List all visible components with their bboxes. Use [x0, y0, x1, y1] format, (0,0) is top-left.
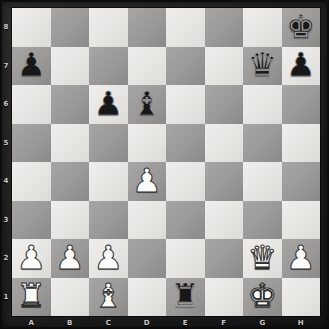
square-g4[interactable]: [243, 162, 282, 201]
piece-white-pawn[interactable]: ♟: [286, 241, 316, 274]
square-f7[interactable]: [205, 47, 244, 86]
rank-labels: 87654321: [0, 8, 12, 316]
file-label-c: C: [89, 316, 128, 329]
square-c5[interactable]: [89, 124, 128, 163]
square-e3[interactable]: [166, 201, 205, 240]
square-h3[interactable]: [282, 201, 321, 240]
square-c3[interactable]: [89, 201, 128, 240]
square-g6[interactable]: [243, 85, 282, 124]
piece-black-rook[interactable]: ♜: [170, 279, 200, 312]
piece-white-pawn[interactable]: ♟: [55, 241, 85, 274]
square-e5[interactable]: [166, 124, 205, 163]
square-e1[interactable]: ♜: [166, 278, 205, 317]
piece-white-pawn[interactable]: ♟: [93, 241, 123, 274]
piece-black-king[interactable]: ♚: [286, 10, 316, 43]
rank-label-7: 7: [0, 47, 12, 86]
square-c6[interactable]: ♟: [89, 85, 128, 124]
piece-white-pawn[interactable]: ♟: [16, 241, 46, 274]
square-h2[interactable]: ♟: [282, 239, 321, 278]
file-labels: ABCDEFGH: [12, 316, 320, 329]
square-h1[interactable]: [282, 278, 321, 317]
square-b3[interactable]: [51, 201, 90, 240]
square-b4[interactable]: [51, 162, 90, 201]
square-b8[interactable]: [51, 8, 90, 47]
square-a5[interactable]: [12, 124, 51, 163]
square-h7[interactable]: ♟: [282, 47, 321, 86]
square-a1[interactable]: ♜: [12, 278, 51, 317]
square-d1[interactable]: [128, 278, 167, 317]
square-g2[interactable]: ♛: [243, 239, 282, 278]
square-c4[interactable]: [89, 162, 128, 201]
square-e4[interactable]: [166, 162, 205, 201]
rank-label-1: 1: [0, 278, 12, 317]
file-label-g: G: [243, 316, 282, 329]
square-d2[interactable]: [128, 239, 167, 278]
square-a2[interactable]: ♟: [12, 239, 51, 278]
piece-white-queen[interactable]: ♛: [247, 241, 277, 274]
rank-label-3: 3: [0, 201, 12, 240]
square-d3[interactable]: [128, 201, 167, 240]
square-h6[interactable]: [282, 85, 321, 124]
square-f4[interactable]: [205, 162, 244, 201]
piece-white-pawn[interactable]: ♟: [132, 164, 162, 197]
piece-black-bishop[interactable]: ♝: [132, 87, 162, 120]
square-h5[interactable]: [282, 124, 321, 163]
square-h4[interactable]: [282, 162, 321, 201]
square-c2[interactable]: ♟: [89, 239, 128, 278]
file-label-b: B: [51, 316, 90, 329]
square-a3[interactable]: [12, 201, 51, 240]
square-a8[interactable]: [12, 8, 51, 47]
square-d8[interactable]: [128, 8, 167, 47]
file-label-d: D: [128, 316, 167, 329]
square-d5[interactable]: [128, 124, 167, 163]
square-e8[interactable]: [166, 8, 205, 47]
file-label-e: E: [166, 316, 205, 329]
piece-black-pawn[interactable]: ♟: [16, 48, 46, 81]
piece-white-rook[interactable]: ♜: [16, 279, 46, 312]
piece-white-bishop[interactable]: ♝: [93, 279, 123, 312]
square-c1[interactable]: ♝: [89, 278, 128, 317]
square-f6[interactable]: [205, 85, 244, 124]
rank-label-5: 5: [0, 124, 12, 163]
file-label-a: A: [12, 316, 51, 329]
piece-black-pawn[interactable]: ♟: [286, 48, 316, 81]
square-a4[interactable]: [12, 162, 51, 201]
square-c7[interactable]: [89, 47, 128, 86]
piece-black-pawn[interactable]: ♟: [93, 87, 123, 120]
square-a6[interactable]: [12, 85, 51, 124]
square-e6[interactable]: [166, 85, 205, 124]
square-g1[interactable]: ♚: [243, 278, 282, 317]
square-g3[interactable]: [243, 201, 282, 240]
square-f3[interactable]: [205, 201, 244, 240]
square-f2[interactable]: [205, 239, 244, 278]
square-a7[interactable]: ♟: [12, 47, 51, 86]
square-c8[interactable]: [89, 8, 128, 47]
square-f5[interactable]: [205, 124, 244, 163]
square-g5[interactable]: [243, 124, 282, 163]
rank-label-8: 8: [0, 8, 12, 47]
square-d6[interactable]: ♝: [128, 85, 167, 124]
square-f8[interactable]: [205, 8, 244, 47]
rank-label-6: 6: [0, 85, 12, 124]
square-g7[interactable]: ♛: [243, 47, 282, 86]
square-d7[interactable]: [128, 47, 167, 86]
square-h8[interactable]: ♚: [282, 8, 321, 47]
chess-board: ♚♟♛♟♟♝♟♟♟♟♛♟♜♝♜♚: [12, 8, 320, 316]
square-b6[interactable]: [51, 85, 90, 124]
rank-label-4: 4: [0, 162, 12, 201]
piece-black-queen[interactable]: ♛: [247, 48, 277, 81]
square-b5[interactable]: [51, 124, 90, 163]
square-g8[interactable]: [243, 8, 282, 47]
file-label-f: F: [205, 316, 244, 329]
rank-label-2: 2: [0, 239, 12, 278]
square-b7[interactable]: [51, 47, 90, 86]
square-f1[interactable]: [205, 278, 244, 317]
file-label-h: H: [282, 316, 321, 329]
square-b1[interactable]: [51, 278, 90, 317]
square-d4[interactable]: ♟: [128, 162, 167, 201]
square-e7[interactable]: [166, 47, 205, 86]
piece-white-king[interactable]: ♚: [247, 279, 277, 312]
square-b2[interactable]: ♟: [51, 239, 90, 278]
square-e2[interactable]: [166, 239, 205, 278]
chess-diagram: 87654321 ABCDEFGH ♚♟♛♟♟♝♟♟♟♟♛♟♜♝♜♚: [0, 0, 329, 329]
